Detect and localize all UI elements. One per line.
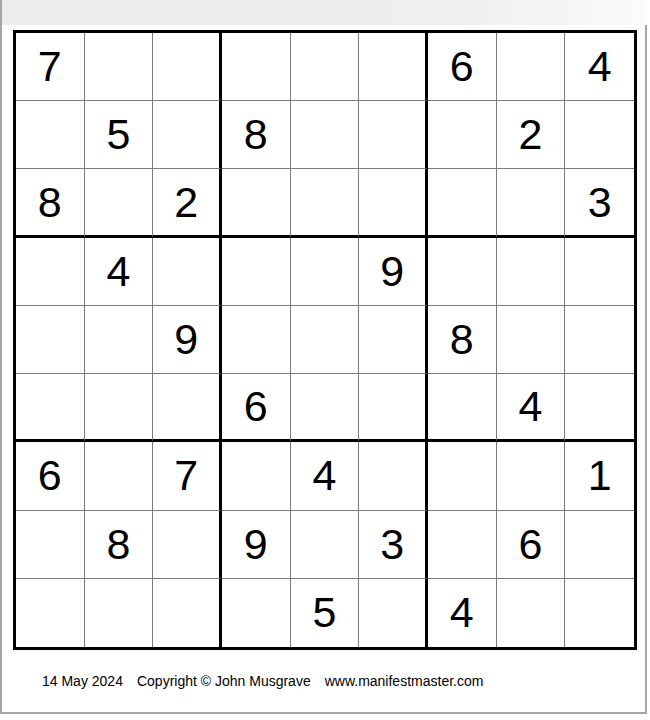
- cell-r9c2[interactable]: [85, 579, 154, 647]
- cell-r5c7[interactable]: 8: [428, 306, 497, 374]
- cell-r3c6[interactable]: [359, 169, 428, 237]
- cell-r3c1[interactable]: 8: [16, 169, 85, 237]
- cell-r7c2[interactable]: [85, 442, 154, 510]
- cell-r3c7[interactable]: [428, 169, 497, 237]
- cell-r6c1[interactable]: [16, 374, 85, 442]
- footer-website: www.manifestmaster.com: [325, 673, 484, 689]
- cell-r7c9[interactable]: 1: [565, 442, 634, 510]
- cell-r5c6[interactable]: [359, 306, 428, 374]
- cell-r7c6[interactable]: [359, 442, 428, 510]
- cell-r7c5[interactable]: 4: [291, 442, 360, 510]
- cell-r7c8[interactable]: [497, 442, 566, 510]
- cell-r8c8[interactable]: 6: [497, 511, 566, 579]
- page-edge-bottom: [0, 712, 647, 714]
- cell-r2c9[interactable]: [565, 101, 634, 169]
- cell-r5c4[interactable]: [222, 306, 291, 374]
- cell-r2c6[interactable]: [359, 101, 428, 169]
- cell-r1c3[interactable]: [153, 33, 222, 101]
- cell-r3c4[interactable]: [222, 169, 291, 237]
- cell-r8c3[interactable]: [153, 511, 222, 579]
- cell-r4c4[interactable]: [222, 238, 291, 306]
- page-edge-right: [645, 25, 647, 714]
- cell-r4c3[interactable]: [153, 238, 222, 306]
- cell-r4c7[interactable]: [428, 238, 497, 306]
- cell-r8c6[interactable]: 3: [359, 511, 428, 579]
- cell-r1c1[interactable]: 7: [16, 33, 85, 101]
- cell-r5c3[interactable]: 9: [153, 306, 222, 374]
- cell-r6c7[interactable]: [428, 374, 497, 442]
- cell-r3c5[interactable]: [291, 169, 360, 237]
- sudoku-grid: 7645828234998646741893654: [13, 30, 637, 650]
- cell-r1c5[interactable]: [291, 33, 360, 101]
- cell-r2c3[interactable]: [153, 101, 222, 169]
- footer-copyright: Copyright © John Musgrave: [137, 673, 311, 689]
- cell-r6c6[interactable]: [359, 374, 428, 442]
- cell-r2c2[interactable]: 5: [85, 101, 154, 169]
- cell-r2c5[interactable]: [291, 101, 360, 169]
- cell-r2c7[interactable]: [428, 101, 497, 169]
- cell-r1c7[interactable]: 6: [428, 33, 497, 101]
- footer-date: 14 May 2024: [42, 673, 123, 689]
- cell-r4c6[interactable]: 9: [359, 238, 428, 306]
- cell-r1c4[interactable]: [222, 33, 291, 101]
- cell-r7c4[interactable]: [222, 442, 291, 510]
- cell-r5c9[interactable]: [565, 306, 634, 374]
- cell-r5c8[interactable]: [497, 306, 566, 374]
- cell-r7c1[interactable]: 6: [16, 442, 85, 510]
- cell-r8c4[interactable]: 9: [222, 511, 291, 579]
- sudoku-page: 7645828234998646741893654 14 May 2024 Co…: [0, 0, 650, 720]
- cell-r6c3[interactable]: [153, 374, 222, 442]
- cell-r8c2[interactable]: 8: [85, 511, 154, 579]
- cell-r2c4[interactable]: 8: [222, 101, 291, 169]
- cell-r6c9[interactable]: [565, 374, 634, 442]
- cell-r8c9[interactable]: [565, 511, 634, 579]
- cell-r8c5[interactable]: [291, 511, 360, 579]
- cell-r1c8[interactable]: [497, 33, 566, 101]
- cell-r5c1[interactable]: [16, 306, 85, 374]
- cell-r2c1[interactable]: [16, 101, 85, 169]
- cell-r9c9[interactable]: [565, 579, 634, 647]
- cell-r1c9[interactable]: 4: [565, 33, 634, 101]
- cell-r5c2[interactable]: [85, 306, 154, 374]
- cell-r6c2[interactable]: [85, 374, 154, 442]
- cell-r6c4[interactable]: 6: [222, 374, 291, 442]
- cell-r7c7[interactable]: [428, 442, 497, 510]
- cell-r9c4[interactable]: [222, 579, 291, 647]
- cell-r4c9[interactable]: [565, 238, 634, 306]
- page-edge-left: [0, 0, 2, 714]
- cell-r5c5[interactable]: [291, 306, 360, 374]
- cell-r6c5[interactable]: [291, 374, 360, 442]
- cell-r3c9[interactable]: 3: [565, 169, 634, 237]
- cell-r9c8[interactable]: [497, 579, 566, 647]
- cell-r1c2[interactable]: [85, 33, 154, 101]
- cell-r4c5[interactable]: [291, 238, 360, 306]
- cell-r9c7[interactable]: 4: [428, 579, 497, 647]
- cell-r9c6[interactable]: [359, 579, 428, 647]
- cell-r2c8[interactable]: 2: [497, 101, 566, 169]
- footer: 14 May 2024 Copyright © John Musgrave ww…: [42, 673, 483, 689]
- cell-r3c3[interactable]: 2: [153, 169, 222, 237]
- cell-r4c8[interactable]: [497, 238, 566, 306]
- cell-r9c1[interactable]: [16, 579, 85, 647]
- page-top-strip: [2, 0, 645, 25]
- cell-r4c1[interactable]: [16, 238, 85, 306]
- cell-r3c8[interactable]: [497, 169, 566, 237]
- cell-r3c2[interactable]: [85, 169, 154, 237]
- cell-r4c2[interactable]: 4: [85, 238, 154, 306]
- cell-r6c8[interactable]: 4: [497, 374, 566, 442]
- cell-r1c6[interactable]: [359, 33, 428, 101]
- cell-r8c7[interactable]: [428, 511, 497, 579]
- cell-r8c1[interactable]: [16, 511, 85, 579]
- cell-r9c3[interactable]: [153, 579, 222, 647]
- cell-r7c3[interactable]: 7: [153, 442, 222, 510]
- cell-r9c5[interactable]: 5: [291, 579, 360, 647]
